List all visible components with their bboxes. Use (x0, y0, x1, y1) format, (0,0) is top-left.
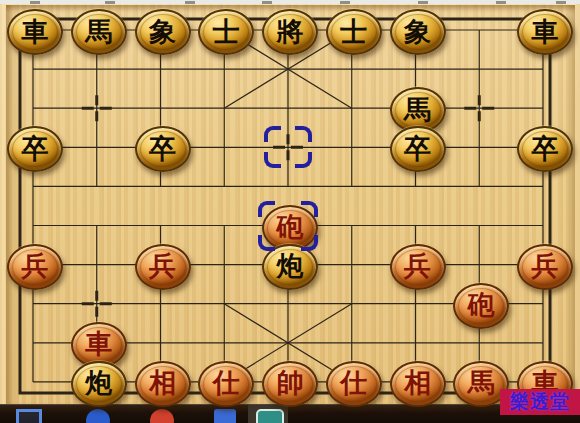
red-elephant[interactable]: 相 (390, 361, 446, 407)
watermark: 樂透堂 (500, 389, 580, 415)
app-window: 車馬象士將士象車馬卒卒卒卒砲兵兵炮兵兵砲車炮相仕帥仕相馬車 樂透堂 (0, 0, 580, 423)
xiangqi-app-icon[interactable] (256, 409, 284, 423)
black-horse[interactable]: 馬 (71, 9, 127, 55)
red-elephant[interactable]: 相 (135, 361, 191, 407)
black-cannon[interactable]: 炮 (262, 244, 318, 290)
black-soldier[interactable]: 卒 (7, 126, 63, 172)
red-soldier[interactable]: 兵 (517, 244, 573, 290)
start-window-icon[interactable] (16, 409, 42, 423)
blue-app-icon[interactable] (214, 409, 236, 423)
red-cannon[interactable]: 砲 (453, 283, 509, 329)
red-soldier[interactable]: 兵 (7, 244, 63, 290)
browser-circle-icon[interactable] (86, 409, 110, 423)
black-soldier[interactable]: 卒 (517, 126, 573, 172)
red-general[interactable]: 帥 (262, 361, 318, 407)
black-soldier[interactable]: 卒 (390, 126, 446, 172)
red-app-circle-icon[interactable] (150, 409, 174, 423)
black-cannon[interactable]: 炮 (71, 361, 127, 407)
black-elephant[interactable]: 象 (135, 9, 191, 55)
black-chariot[interactable]: 車 (7, 9, 63, 55)
red-advisor[interactable]: 仕 (198, 361, 254, 407)
black-general[interactable]: 將 (262, 9, 318, 55)
black-advisor[interactable]: 士 (198, 9, 254, 55)
red-advisor[interactable]: 仕 (326, 361, 382, 407)
black-chariot[interactable]: 車 (517, 9, 573, 55)
xiangqi-board[interactable]: 車馬象士將士象車馬卒卒卒卒砲兵兵炮兵兵砲車炮相仕帥仕相馬車 (0, 0, 580, 404)
black-elephant[interactable]: 象 (390, 9, 446, 55)
black-advisor[interactable]: 士 (326, 9, 382, 55)
red-soldier[interactable]: 兵 (135, 244, 191, 290)
red-soldier[interactable]: 兵 (390, 244, 446, 290)
black-soldier[interactable]: 卒 (135, 126, 191, 172)
menu-strip (0, 0, 580, 4)
